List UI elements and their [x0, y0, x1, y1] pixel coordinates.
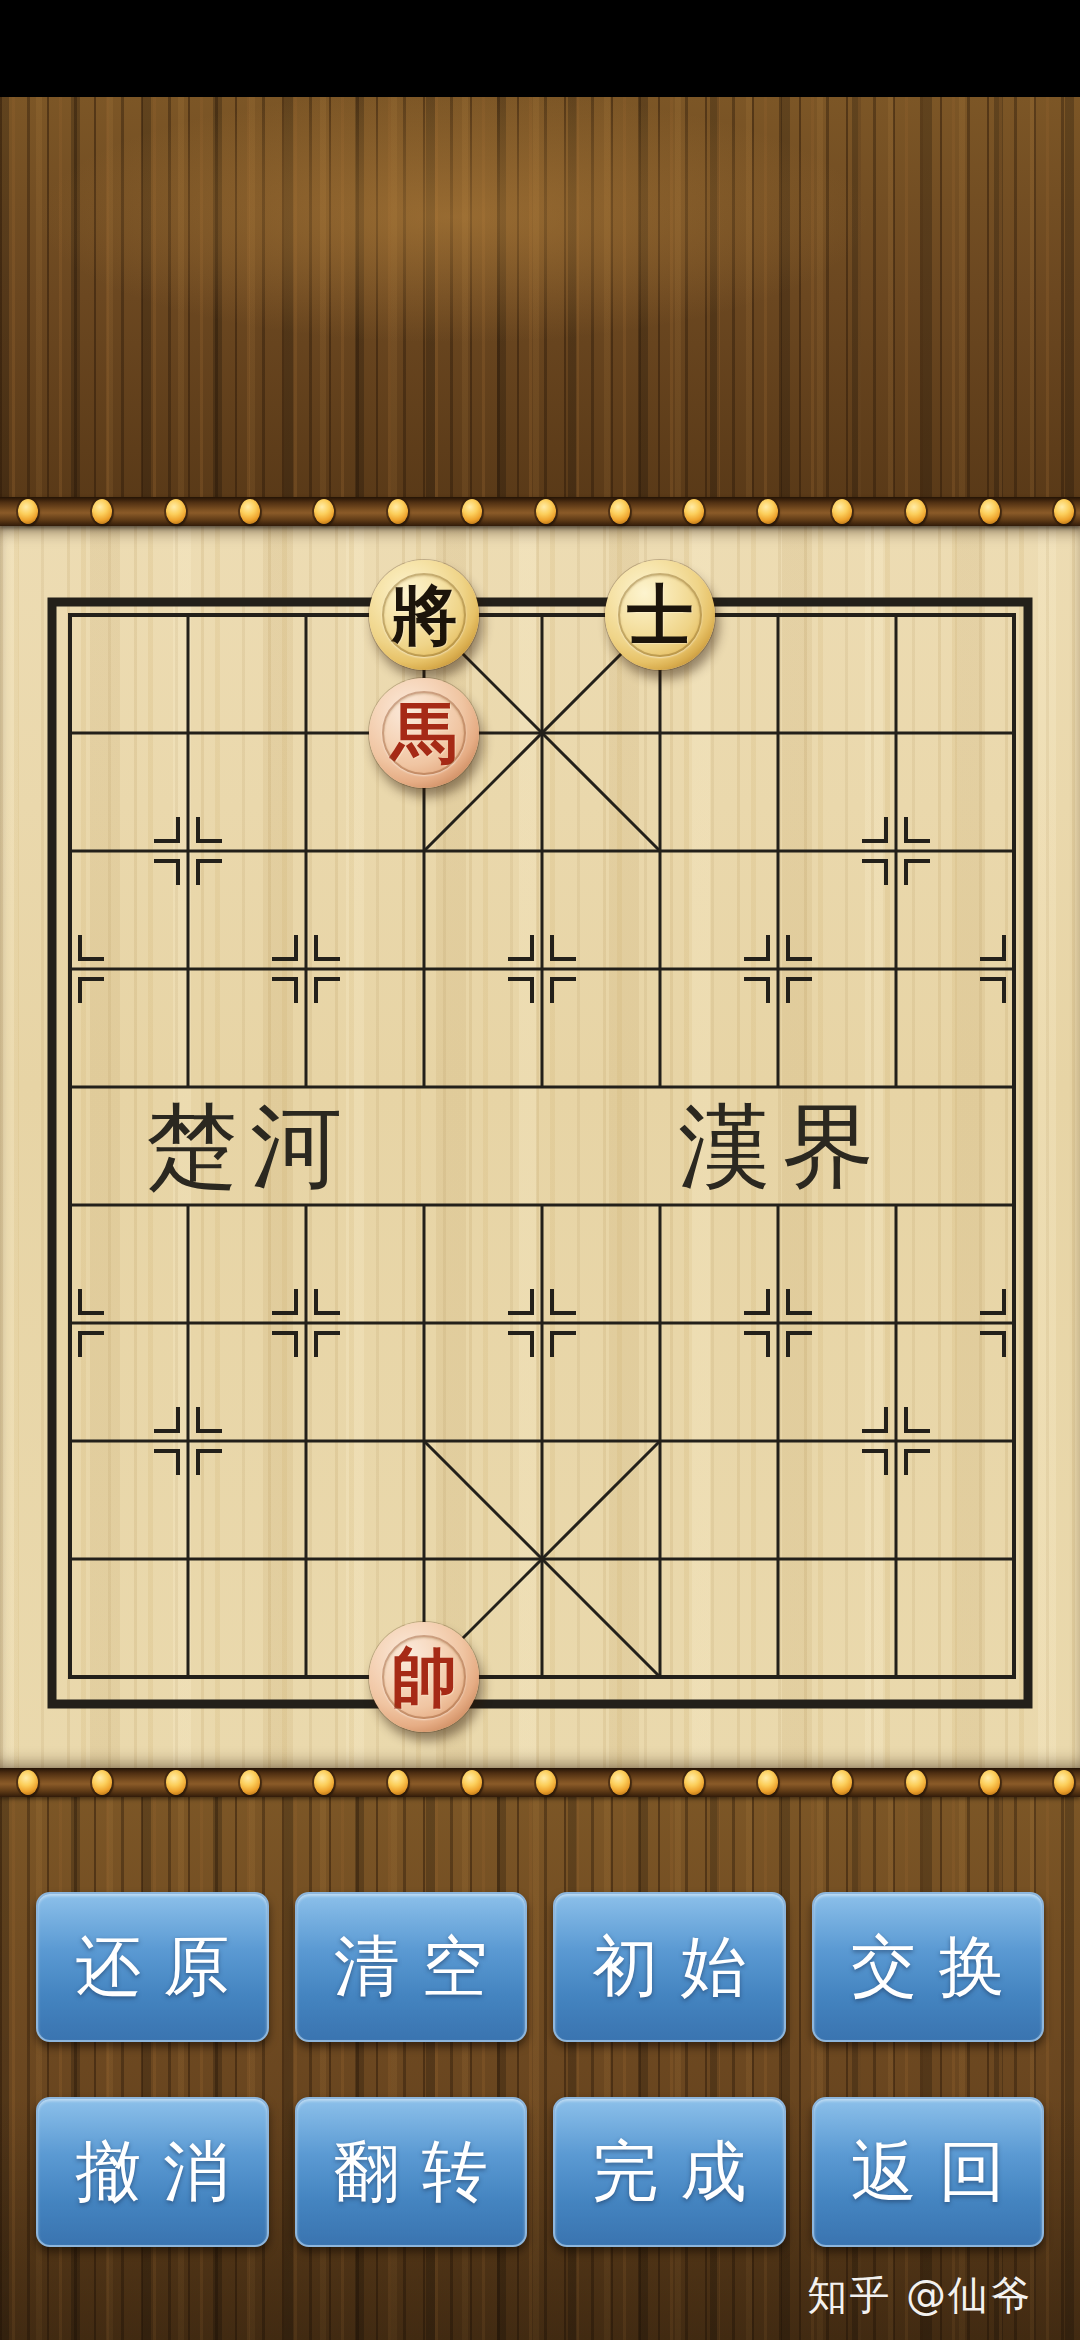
- gold-stud-icon: [92, 1770, 112, 1795]
- gold-stud-icon: [388, 499, 408, 524]
- gold-stud-icon: [462, 1770, 482, 1795]
- restore-button[interactable]: 还原: [36, 1892, 269, 2042]
- gold-stud-icon: [314, 499, 334, 524]
- piece-black-general[interactable]: 將: [369, 560, 479, 670]
- gold-stud-icon: [166, 499, 186, 524]
- gold-stud-icon: [980, 499, 1000, 524]
- gold-stud-icon: [832, 499, 852, 524]
- gold-stud-icon: [1054, 499, 1074, 524]
- gold-stud-icon: [166, 1770, 186, 1795]
- status-bar: [0, 0, 1080, 97]
- piece-glyph: 帥: [391, 1644, 457, 1710]
- gold-stud-icon: [610, 1770, 630, 1795]
- gold-stud-icon: [388, 1770, 408, 1795]
- gold-stud-icon: [832, 1770, 852, 1795]
- gold-stud-icon: [906, 1770, 926, 1795]
- clear-button[interactable]: 清空: [295, 1892, 528, 2042]
- watermark: 知乎 @仙爷: [807, 2268, 1032, 2323]
- gold-stud-icon: [18, 1770, 38, 1795]
- wood-background-bottom: [0, 1797, 1080, 2340]
- gold-stud-icon: [906, 499, 926, 524]
- button-row-1: 还原清空初始交换: [36, 1892, 1044, 2042]
- piece-glyph: 將: [391, 582, 457, 648]
- gold-stud-icon: [684, 1770, 704, 1795]
- flip-board-button[interactable]: 翻转: [295, 2097, 528, 2247]
- gold-stud-icon: [314, 1770, 334, 1795]
- gold-stud-icon: [684, 499, 704, 524]
- piece-glyph: 馬: [391, 700, 457, 766]
- gold-stud-icon: [462, 499, 482, 524]
- gold-stud-icon: [92, 499, 112, 524]
- piece-black-advisor[interactable]: 士: [605, 560, 715, 670]
- back-button[interactable]: 返回: [812, 2097, 1045, 2247]
- stud-rail-bottom: [0, 1768, 1080, 1797]
- gold-stud-icon: [610, 499, 630, 524]
- gold-stud-icon: [1054, 1770, 1074, 1795]
- done-button[interactable]: 完成: [553, 2097, 786, 2247]
- gold-stud-icon: [536, 1770, 556, 1795]
- gold-stud-icon: [240, 1770, 260, 1795]
- piece-layer[interactable]: 將士馬帥: [11, 556, 1073, 1736]
- gold-stud-icon: [536, 499, 556, 524]
- gold-stud-icon: [758, 1770, 778, 1795]
- gold-stud-icon: [240, 499, 260, 524]
- gold-stud-icon: [758, 499, 778, 524]
- gold-stud-icon: [980, 1770, 1000, 1795]
- swap-sides-button[interactable]: 交换: [812, 1892, 1045, 2042]
- xiangqi-board[interactable]: 楚河漢界 將士馬帥: [0, 526, 1080, 1768]
- initial-setup-button[interactable]: 初始: [553, 1892, 786, 2042]
- piece-red-horse[interactable]: 馬: [369, 678, 479, 788]
- wood-background-top: [0, 97, 1080, 497]
- undo-button[interactable]: 撤消: [36, 2097, 269, 2247]
- piece-red-general[interactable]: 帥: [369, 1622, 479, 1732]
- gold-stud-icon: [18, 499, 38, 524]
- stud-rail-top: [0, 497, 1080, 526]
- button-row-2: 撤消翻转完成返回: [36, 2097, 1044, 2247]
- piece-glyph: 士: [627, 582, 693, 648]
